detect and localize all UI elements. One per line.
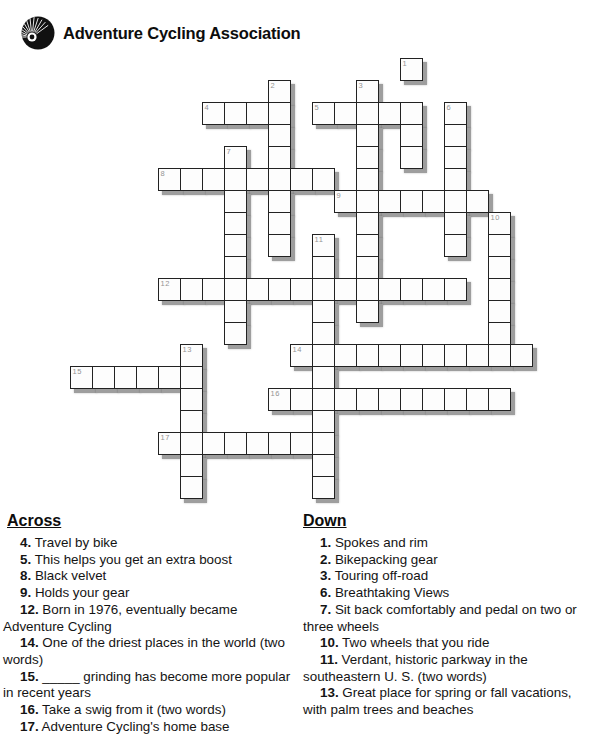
grid-cell[interactable] — [312, 344, 335, 367]
across-clues-section: Across 4. Travel by bike5. This helps yo… — [3, 512, 296, 735]
clue-item: 7. Sit back comfortably and pedal on two… — [303, 602, 597, 635]
grid-cell[interactable] — [290, 278, 313, 301]
grid-cell[interactable] — [312, 432, 335, 455]
grid-cell[interactable] — [312, 388, 335, 411]
grid-cell[interactable] — [246, 278, 269, 301]
grid-cell[interactable] — [488, 388, 511, 411]
grid-cell[interactable] — [224, 322, 247, 345]
grid-cell[interactable]: 8 — [158, 168, 181, 191]
clue-item: 10. Two wheels that you ride — [303, 635, 597, 652]
grid-cell[interactable] — [378, 102, 401, 125]
grid-cell[interactable] — [400, 388, 423, 411]
grid-cell[interactable] — [488, 322, 511, 345]
grid-cell[interactable] — [224, 212, 247, 235]
grid-cell[interactable] — [290, 168, 313, 191]
cell-number: 10 — [491, 214, 501, 222]
cell-number: 6 — [447, 104, 452, 112]
clue-item: 14. One of the driest places in the worl… — [3, 635, 296, 668]
grid-cell[interactable] — [180, 388, 203, 411]
grid-cell[interactable] — [400, 146, 423, 169]
down-header: Down — [303, 512, 597, 530]
grid-cell[interactable] — [444, 168, 467, 191]
clue-item: 11. Verdant, historic parkway in the sou… — [303, 652, 597, 685]
grid-cell[interactable] — [356, 146, 379, 169]
grid-cell[interactable] — [378, 388, 401, 411]
page-title: Adventure Cycling Association — [63, 24, 300, 43]
grid-cell[interactable] — [180, 168, 203, 191]
grid-cell[interactable] — [356, 300, 379, 323]
clue-number: 12. — [20, 602, 39, 617]
cell-number: 13 — [183, 346, 193, 354]
grid-cell[interactable]: 1 — [400, 58, 423, 81]
grid-cell[interactable] — [268, 212, 291, 235]
clue-number: 4. — [20, 535, 31, 550]
clue-number: 14. — [20, 635, 39, 650]
clue-item: 17. Adventure Cycling's home base — [3, 719, 296, 736]
cell-number: 4 — [205, 104, 210, 112]
clue-number: 1. — [320, 535, 331, 550]
grid-cell[interactable] — [400, 344, 423, 367]
down-clue-list: 1. Spokes and rim2. Bikepacking gear3. T… — [303, 535, 597, 719]
grid-cell[interactable]: 14 — [290, 344, 313, 367]
grid-cell[interactable] — [488, 344, 511, 367]
cell-number: 16 — [271, 390, 281, 398]
grid-cell[interactable] — [334, 278, 357, 301]
grid-cell[interactable] — [202, 432, 225, 455]
grid-cell[interactable] — [268, 168, 291, 191]
grid-cell[interactable] — [378, 344, 401, 367]
grid-cell[interactable] — [224, 102, 247, 125]
grid-cell[interactable]: 3 — [356, 80, 379, 103]
grid-cell[interactable] — [334, 388, 357, 411]
clue-item: 5. This helps you get an extra boost — [3, 552, 296, 569]
grid-cell[interactable] — [400, 102, 423, 125]
grid-cell[interactable] — [268, 146, 291, 169]
clue-number: 16. — [20, 702, 39, 717]
grid-cell[interactable] — [180, 278, 203, 301]
grid-cell[interactable] — [444, 234, 467, 257]
cell-number: 8 — [161, 170, 166, 178]
clue-item: 1. Spokes and rim — [303, 535, 597, 552]
clue-item: 9. Holds your gear — [3, 585, 296, 602]
grid-cell[interactable] — [444, 344, 467, 367]
grid-cell[interactable] — [312, 256, 335, 279]
clue-number: 8. — [20, 568, 31, 583]
grid-cell[interactable] — [356, 190, 379, 213]
grid-cell[interactable] — [180, 366, 203, 389]
grid-cell[interactable] — [400, 190, 423, 213]
grid-cell[interactable] — [224, 190, 247, 213]
grid-cell[interactable] — [224, 432, 247, 455]
grid-cell[interactable] — [312, 476, 335, 499]
grid-cell[interactable]: 5 — [312, 102, 335, 125]
grid-cell[interactable] — [246, 168, 269, 191]
grid-cell[interactable] — [356, 168, 379, 191]
grid-cell[interactable]: 4 — [202, 102, 225, 125]
grid-cell[interactable] — [268, 124, 291, 147]
clue-number: 11. — [320, 652, 338, 667]
grid-cell[interactable] — [114, 366, 137, 389]
grid-cell[interactable] — [356, 256, 379, 279]
grid-cell[interactable] — [312, 410, 335, 433]
clue-item: 2. Bikepacking gear — [303, 552, 597, 569]
grid-cell[interactable]: 12 — [158, 278, 181, 301]
clue-number: 5. — [20, 552, 31, 567]
grid-cell[interactable] — [224, 234, 247, 257]
grid-cell[interactable] — [444, 388, 467, 411]
grid-cell[interactable] — [312, 300, 335, 323]
grid-cell[interactable] — [422, 344, 445, 367]
clue-number: 2. — [320, 552, 331, 567]
grid-cell[interactable] — [268, 432, 291, 455]
clue-number: 3. — [320, 568, 331, 583]
across-header: Across — [7, 512, 296, 530]
grid-cell[interactable] — [488, 278, 511, 301]
grid-cell[interactable] — [136, 366, 159, 389]
grid-cell[interactable] — [290, 388, 313, 411]
clue-item: 6. Breathtaking Views — [303, 585, 597, 602]
grid-cell[interactable] — [356, 102, 379, 125]
grid-cell[interactable]: 11 — [312, 234, 335, 257]
crossword-page: Adventure Cycling Association 1234567891… — [0, 0, 600, 753]
grid-cell[interactable] — [488, 300, 511, 323]
cell-number: 3 — [359, 82, 364, 90]
grid-cell[interactable] — [356, 212, 379, 235]
grid-cell[interactable] — [378, 190, 401, 213]
clue-number: 7. — [320, 602, 331, 617]
grid-cell[interactable] — [466, 388, 489, 411]
grid-cell[interactable] — [246, 102, 269, 125]
grid-cell[interactable]: 6 — [444, 102, 467, 125]
clue-number: 15. — [20, 669, 39, 684]
grid-cell[interactable] — [268, 278, 291, 301]
grid-cell[interactable] — [356, 124, 379, 147]
grid-cell[interactable] — [224, 168, 247, 191]
grid-cell[interactable] — [334, 344, 357, 367]
grid-cell[interactable] — [312, 454, 335, 477]
grid-cell[interactable]: 16 — [268, 388, 291, 411]
grid-cell[interactable] — [466, 344, 489, 367]
grid-cell[interactable] — [400, 278, 423, 301]
grid-cell[interactable] — [356, 234, 379, 257]
grid-cell[interactable] — [444, 278, 467, 301]
clue-item: 13. Great place for spring or fall vacat… — [303, 685, 597, 718]
grid-cell[interactable] — [202, 168, 225, 191]
grid-cell[interactable]: 15 — [70, 366, 93, 389]
clue-number: 6. — [320, 585, 331, 600]
grid-cell[interactable] — [444, 212, 467, 235]
grid-cell[interactable] — [444, 146, 467, 169]
grid-cell[interactable] — [444, 124, 467, 147]
clue-item: 16. Take a swig from it (two words) — [3, 702, 296, 719]
grid-cell[interactable] — [312, 168, 335, 191]
clue-number: 17. — [20, 719, 39, 734]
app-header: Adventure Cycling Association — [21, 16, 300, 50]
grid-cell[interactable] — [224, 278, 247, 301]
grid-cell[interactable] — [422, 278, 445, 301]
grid-cell[interactable] — [268, 190, 291, 213]
grid-cell[interactable] — [268, 234, 291, 257]
clue-item: 15. _____ grinding has become more popul… — [3, 669, 296, 702]
down-clues-section: Down 1. Spokes and rim2. Bikepacking gea… — [303, 512, 597, 719]
grid-cell[interactable] — [356, 278, 379, 301]
cell-number: 9 — [337, 192, 342, 200]
clue-item: 8. Black velvet — [3, 568, 296, 585]
clue-number: 13. — [320, 685, 339, 700]
cell-number: 2 — [271, 82, 276, 90]
grid-cell[interactable] — [202, 278, 225, 301]
cell-number: 7 — [227, 148, 232, 156]
grid-cell[interactable] — [466, 190, 489, 213]
clue-item: 3. Touring off-road — [303, 568, 597, 585]
grid-cell[interactable]: 13 — [180, 344, 203, 367]
clue-item: 4. Travel by bike — [3, 535, 296, 552]
grid-cell[interactable] — [224, 256, 247, 279]
cell-number: 14 — [293, 346, 303, 354]
cell-number: 11 — [315, 236, 324, 244]
grid-cell[interactable] — [268, 102, 291, 125]
cell-number: 12 — [161, 280, 171, 288]
grid-cell[interactable] — [180, 476, 203, 499]
grid-cell[interactable] — [444, 190, 467, 213]
grid-cell[interactable] — [180, 454, 203, 477]
clue-number: 10. — [320, 635, 339, 650]
cell-number: 17 — [161, 434, 171, 442]
grid-cell[interactable] — [312, 278, 335, 301]
grid-cell[interactable]: 17 — [158, 432, 181, 455]
grid-cell[interactable] — [422, 388, 445, 411]
grid-cell[interactable] — [510, 344, 533, 367]
grid-cell[interactable] — [334, 102, 357, 125]
clue-number: 9. — [20, 585, 31, 600]
grid-cell[interactable] — [290, 432, 313, 455]
grid-cell[interactable] — [488, 234, 511, 257]
grid-cell[interactable]: 9 — [334, 190, 357, 213]
cell-number: 1 — [403, 60, 408, 68]
grid-cell[interactable] — [356, 388, 379, 411]
across-clue-list: 4. Travel by bike5. This helps you get a… — [3, 535, 296, 735]
grid-cell[interactable]: 10 — [488, 212, 511, 235]
grid-cell[interactable]: 2 — [268, 80, 291, 103]
grid-cell[interactable] — [422, 190, 445, 213]
grid-cell[interactable] — [378, 278, 401, 301]
grid-cell[interactable] — [92, 366, 115, 389]
grid-cell[interactable] — [180, 432, 203, 455]
cell-number: 5 — [315, 104, 320, 112]
wheel-logo-icon — [21, 16, 55, 50]
grid-cell[interactable] — [246, 432, 269, 455]
grid-cell[interactable]: 7 — [224, 146, 247, 169]
crossword-grid: 1234567891011121314151617 — [70, 58, 537, 505]
grid-cell[interactable] — [488, 256, 511, 279]
grid-cell[interactable] — [158, 366, 181, 389]
grid-cell[interactable] — [224, 300, 247, 323]
clue-item: 12. Born in 1976, eventually became Adve… — [3, 602, 296, 635]
grid-cell[interactable] — [312, 366, 335, 389]
grid-cell[interactable] — [400, 124, 423, 147]
cell-number: 15 — [73, 368, 83, 376]
grid-cell[interactable] — [356, 344, 379, 367]
grid-cell[interactable] — [312, 322, 335, 345]
grid-cell[interactable] — [180, 410, 203, 433]
